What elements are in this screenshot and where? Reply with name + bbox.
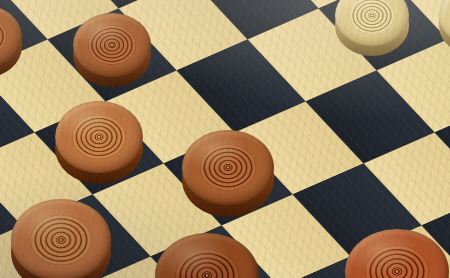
piece-red-g3[interactable] [155, 233, 259, 278]
piece-white-f8[interactable] [439, 0, 450, 56]
piece-red-c3[interactable] [0, 5, 22, 78]
checkers-board-photo [0, 0, 450, 278]
piece-white-e7[interactable] [335, 0, 410, 56]
piece-red-f4[interactable] [182, 130, 274, 216]
piece-red-d4[interactable] [73, 13, 151, 87]
piece-red-h4[interactable] [345, 229, 448, 278]
piece-red-f2[interactable] [11, 199, 111, 278]
piece-red-e3[interactable] [55, 101, 143, 184]
